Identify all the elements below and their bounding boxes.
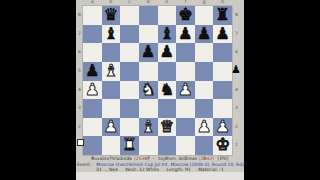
file-label-h: h <box>213 0 232 5</box>
black-bishop: ♝ <box>159 25 174 42</box>
rank-labels-right: 87654321 <box>234 6 239 155</box>
square-b4 <box>102 81 121 100</box>
white-pawn: ♟ <box>215 118 230 135</box>
white-king: ♚ <box>215 137 230 154</box>
black-pawn: ♟ <box>141 44 156 61</box>
square-c1: ♜ <box>120 136 139 155</box>
square-c4 <box>120 81 139 100</box>
black-pawn: ♟ <box>159 44 174 61</box>
square-f2 <box>176 118 195 137</box>
video-frame: abcdefgh abcdefgh 87654321 87654321 ♛♚♜♝… <box>0 0 320 180</box>
square-c2 <box>120 118 139 137</box>
square-e2: ♛ <box>158 118 177 137</box>
black-pawn: ♟ <box>178 25 193 42</box>
square-b1 <box>102 136 121 155</box>
rank-label-7: 7 <box>77 25 82 44</box>
square-g7: ♟ <box>195 25 214 44</box>
square-a3 <box>83 99 102 118</box>
square-b5: ♝ <box>102 62 121 81</box>
square-e7: ♝ <box>158 25 177 44</box>
square-d6: ♟ <box>139 43 158 62</box>
chess-board: ♛♚♜♝♝♟♟♟♟♟♟♝♟♞♞♟♟♝♛♟♟♜♚ <box>83 6 232 155</box>
square-h3 <box>213 99 232 118</box>
file-label-a: a <box>83 0 102 5</box>
square-d3 <box>139 99 158 118</box>
square-a5: ♟ <box>83 62 102 81</box>
file-label-c: c <box>120 0 139 5</box>
white-to-move-indicator <box>77 139 84 146</box>
square-d1 <box>139 136 158 155</box>
white-pawn: ♟ <box>178 81 193 98</box>
rank-label-5: 5 <box>77 62 82 81</box>
white-player-rating: (2536) <box>134 157 149 162</box>
caption-status: 31 ... Ne4 Next: 32 White Length: 91 Mat… <box>76 168 244 173</box>
next-move-indicator: Next: 32 White <box>125 168 159 173</box>
square-e5 <box>158 62 177 81</box>
caption-players: Kovalev, Vladislav(2536) - Sojonen, Andr… <box>76 157 244 162</box>
square-c8 <box>120 6 139 25</box>
black-king: ♚ <box>178 7 193 24</box>
square-e6: ♟ <box>158 43 177 62</box>
black-pawn: ♟ <box>197 25 212 42</box>
rank-label-2: 2 <box>77 118 82 137</box>
square-h2: ♟ <box>213 118 232 137</box>
file-label-d: d <box>139 0 158 5</box>
square-c5 <box>120 62 139 81</box>
pillarbox-right <box>244 0 320 180</box>
last-move: 31 ... Ne4 <box>96 168 118 173</box>
file-labels-top: abcdefgh <box>83 0 232 5</box>
rank-label-2: 2 <box>234 118 239 137</box>
white-pawn: ♟ <box>85 81 100 98</box>
rank-label-8: 8 <box>234 6 239 25</box>
square-e4: ♞ <box>158 81 177 100</box>
rank-label-6: 6 <box>77 43 82 62</box>
square-g5 <box>195 62 214 81</box>
black-bishop: ♝ <box>104 25 119 42</box>
file-label-e: e <box>158 0 177 5</box>
square-e8 <box>158 6 177 25</box>
white-rook: ♜ <box>122 137 137 154</box>
square-f7: ♟ <box>176 25 195 44</box>
caption: Kovalev, Vladislav(2536) - Sojonen, Andr… <box>76 157 244 174</box>
black-player-name: Sojonen, Andreas <box>158 157 197 162</box>
square-c7 <box>120 25 139 44</box>
game-length: Length: 91 <box>167 168 191 173</box>
white-bishop: ♝ <box>104 62 119 79</box>
square-a4: ♟ <box>83 81 102 100</box>
square-e1 <box>158 136 177 155</box>
material-black-pawn-icon: ♟ <box>231 64 241 75</box>
square-c6 <box>120 43 139 62</box>
pillarbox-left <box>0 0 76 180</box>
white-knight: ♞ <box>141 81 156 98</box>
square-g6 <box>195 43 214 62</box>
rank-label-3: 3 <box>234 99 239 118</box>
black-pawn: ♟ <box>85 62 100 79</box>
black-pawn: ♟ <box>215 25 230 42</box>
white-bishop: ♝ <box>141 118 156 135</box>
square-f3 <box>176 99 195 118</box>
rank-labels-left: 87654321 <box>77 6 82 155</box>
square-h7: ♟ <box>213 25 232 44</box>
rank-label-1: 1 <box>234 136 239 155</box>
square-d7 <box>139 25 158 44</box>
white-pawn: ♟ <box>104 118 119 135</box>
rank-label-3: 3 <box>77 99 82 118</box>
square-g2: ♟ <box>195 118 214 137</box>
square-d5 <box>139 62 158 81</box>
material-balance: Material: -1 <box>198 168 224 173</box>
file-label-f: f <box>176 0 195 5</box>
square-a7 <box>83 25 102 44</box>
square-f5 <box>176 62 195 81</box>
square-f6 <box>176 43 195 62</box>
black-queen: ♛ <box>104 7 119 24</box>
square-e3 <box>158 99 177 118</box>
square-h8: ♜ <box>213 6 232 25</box>
square-c3 <box>120 99 139 118</box>
rank-label-8: 8 <box>77 6 82 25</box>
rank-label-4: 4 <box>77 81 82 100</box>
event-label: Event : <box>77 163 93 168</box>
black-knight: ♞ <box>159 81 174 98</box>
white-pawn: ♟ <box>197 118 212 135</box>
square-d2: ♝ <box>139 118 158 137</box>
square-b3 <box>102 99 121 118</box>
square-b6 <box>102 43 121 62</box>
file-label-g: g <box>195 0 214 5</box>
square-f1 <box>176 136 195 155</box>
square-b8: ♛ <box>102 6 121 25</box>
square-h4 <box>213 81 232 100</box>
square-f4: ♟ <box>176 81 195 100</box>
board-panel: abcdefgh abcdefgh 87654321 87654321 ♛♚♜♝… <box>76 0 244 180</box>
square-b7: ♝ <box>102 25 121 44</box>
square-f8: ♚ <box>176 6 195 25</box>
black-player-rating: (2342) <box>199 157 214 162</box>
white-queen: ♛ <box>159 118 174 135</box>
square-g8 <box>195 6 214 25</box>
square-a1 <box>83 136 102 155</box>
square-d8 <box>139 6 158 25</box>
square-a2 <box>83 118 102 137</box>
square-h1: ♚ <box>213 136 232 155</box>
square-g1 <box>195 136 214 155</box>
white-player-name: Kovalev, Vladislav <box>92 157 133 162</box>
rank-label-6: 6 <box>234 43 239 62</box>
square-g4 <box>195 81 214 100</box>
square-a6 <box>83 43 102 62</box>
rank-label-4: 4 <box>234 81 239 100</box>
square-b2: ♟ <box>102 118 121 137</box>
players-separator: - <box>153 157 155 162</box>
rank-label-7: 7 <box>234 25 239 44</box>
square-h5 <box>213 62 232 81</box>
black-rook: ♜ <box>215 7 230 24</box>
square-g3 <box>195 99 214 118</box>
square-h6 <box>213 43 232 62</box>
square-d4: ♞ <box>139 81 158 100</box>
game-result: [1-0] <box>218 157 229 162</box>
square-a8 <box>83 6 102 25</box>
file-label-b: b <box>102 0 121 5</box>
